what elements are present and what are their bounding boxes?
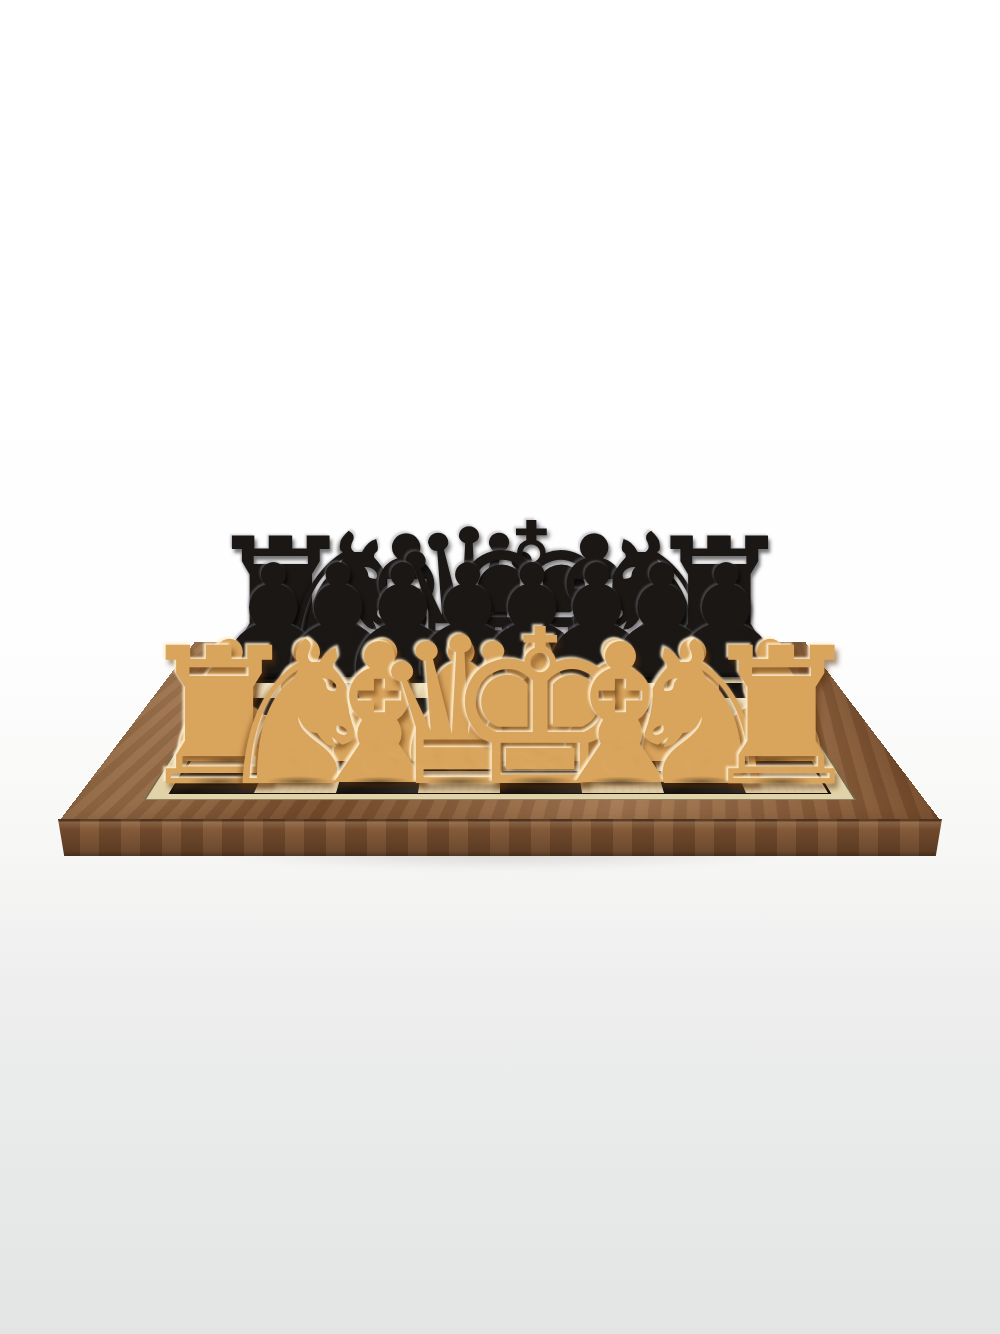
white-rook-h1: ♜ — [696, 623, 866, 812]
pieces-layer: ♜♞♝♛♚♝♞♜♟♟♟♟♟♟♟♟♟♟♟♟♟♟♟♟♜♞♝♛♚♝♞♜ — [0, 0, 1000, 1334]
chess-set-product-photo: ♜♞♝♛♚♝♞♜♟♟♟♟♟♟♟♟♟♟♟♟♟♟♟♟♜♞♝♛♚♝♞♜ — [0, 0, 1000, 1334]
